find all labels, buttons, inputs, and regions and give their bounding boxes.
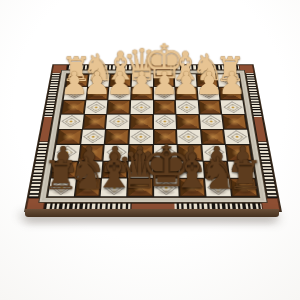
piece-black-rook: ♜ xyxy=(227,155,263,195)
board-square xyxy=(107,100,130,113)
board-square xyxy=(198,100,221,113)
board-square xyxy=(59,115,83,129)
board-square xyxy=(153,115,176,129)
board-square: ♟ xyxy=(131,87,153,100)
chess-board: ♜♞♝♛♚♝♞♜♟♟♟♟♟♟♟♟♟♟♟♟♟♟♟♟♜♞♝♛♚♝♞♜ xyxy=(24,64,282,212)
board-square xyxy=(221,100,245,113)
board-square: ♟ xyxy=(219,87,242,100)
photo-backdrop: ♜♞♝♛♚♝♞♜♟♟♟♟♟♟♟♟♟♟♟♟♟♟♟♟♜♞♝♛♚♝♞♜ xyxy=(0,0,300,300)
board-playing-area: ♜♞♝♛♚♝♞♜♟♟♟♟♟♟♟♟♟♟♟♟♟♟♟♟♜♞♝♛♚♝♞♜ xyxy=(46,73,261,198)
board-grid: ♜♞♝♛♚♝♞♜♟♟♟♟♟♟♟♟♟♟♟♟♟♟♟♟♜♞♝♛♚♝♞♜ xyxy=(48,74,258,196)
board-square xyxy=(153,100,175,113)
board-square: ♟ xyxy=(197,87,220,100)
board-square xyxy=(176,100,199,113)
board-square xyxy=(130,115,153,129)
board-square xyxy=(223,115,247,129)
board-side-edge xyxy=(25,209,279,217)
board-square xyxy=(177,115,200,129)
piece-white-pawn: ♟ xyxy=(217,68,245,99)
board-square: ♜ xyxy=(230,179,257,197)
board-square xyxy=(61,100,85,113)
board-square xyxy=(200,115,224,129)
board-square xyxy=(106,115,129,129)
board-square xyxy=(84,100,107,113)
board-square xyxy=(83,115,107,129)
board-square xyxy=(130,100,152,113)
